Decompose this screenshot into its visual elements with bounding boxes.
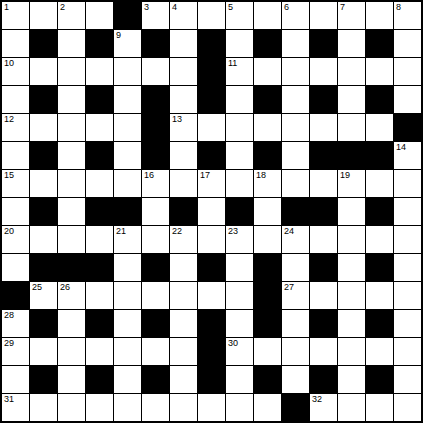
- white-cell[interactable]: [114, 366, 141, 393]
- black-cell: [58, 254, 85, 281]
- white-cell[interactable]: [394, 310, 421, 337]
- white-cell[interactable]: 5: [226, 2, 253, 29]
- white-cell[interactable]: [338, 366, 365, 393]
- black-cell: [86, 310, 113, 337]
- white-cell[interactable]: [170, 30, 197, 57]
- white-cell[interactable]: [394, 30, 421, 57]
- white-cell[interactable]: 7: [338, 2, 365, 29]
- white-cell[interactable]: [142, 198, 169, 225]
- clue-number: 14: [396, 142, 406, 153]
- white-cell[interactable]: [30, 58, 57, 85]
- white-cell[interactable]: [58, 142, 85, 169]
- white-cell[interactable]: [58, 338, 85, 365]
- white-cell[interactable]: [394, 58, 421, 85]
- white-cell[interactable]: 26: [58, 282, 85, 309]
- clue-number: 9: [116, 30, 121, 41]
- white-cell[interactable]: [2, 30, 29, 57]
- black-cell: [254, 142, 281, 169]
- white-cell[interactable]: [114, 254, 141, 281]
- white-cell[interactable]: [198, 198, 225, 225]
- black-cell: [86, 142, 113, 169]
- black-cell: [114, 198, 141, 225]
- white-cell[interactable]: [310, 170, 337, 197]
- black-cell: [142, 142, 169, 169]
- black-cell: [198, 310, 225, 337]
- white-cell[interactable]: [226, 142, 253, 169]
- white-cell[interactable]: 9: [114, 30, 141, 57]
- clue-number: 15: [4, 170, 14, 181]
- white-cell[interactable]: [338, 86, 365, 113]
- white-cell[interactable]: 20: [2, 226, 29, 253]
- white-cell[interactable]: [310, 2, 337, 29]
- white-cell[interactable]: [86, 114, 113, 141]
- black-cell: [310, 198, 337, 225]
- clue-number: 6: [284, 2, 289, 13]
- clue-number: 12: [4, 114, 14, 125]
- white-cell[interactable]: [366, 58, 393, 85]
- white-cell[interactable]: 32: [310, 394, 337, 421]
- white-cell[interactable]: [86, 2, 113, 29]
- black-cell: [114, 2, 141, 29]
- white-cell[interactable]: [170, 310, 197, 337]
- white-cell[interactable]: [394, 282, 421, 309]
- black-cell: [310, 30, 337, 57]
- clue-number: 4: [172, 2, 177, 13]
- white-cell[interactable]: [114, 86, 141, 113]
- clue-number: 13: [172, 114, 182, 125]
- black-cell: [310, 142, 337, 169]
- crossword-grid: 1234567891011121314151617181920212223242…: [0, 0, 423, 423]
- white-cell[interactable]: [58, 114, 85, 141]
- white-cell[interactable]: [310, 282, 337, 309]
- black-cell: [142, 254, 169, 281]
- clue-number: 26: [60, 282, 70, 293]
- white-cell[interactable]: [2, 142, 29, 169]
- black-cell: [366, 86, 393, 113]
- white-cell[interactable]: [58, 394, 85, 421]
- clue-number: 29: [4, 338, 14, 349]
- clue-number: 21: [116, 226, 126, 237]
- black-cell: [366, 366, 393, 393]
- white-cell[interactable]: [310, 58, 337, 85]
- black-cell: [198, 254, 225, 281]
- white-cell[interactable]: [170, 86, 197, 113]
- white-cell[interactable]: [58, 366, 85, 393]
- clue-number: 27: [284, 282, 294, 293]
- white-cell[interactable]: 6: [282, 2, 309, 29]
- white-cell[interactable]: [282, 114, 309, 141]
- clue-number: 22: [172, 226, 182, 237]
- white-cell[interactable]: [338, 114, 365, 141]
- clue-number: 28: [4, 310, 14, 321]
- white-cell[interactable]: [282, 86, 309, 113]
- white-cell[interactable]: [338, 198, 365, 225]
- black-cell: [310, 254, 337, 281]
- black-cell: [86, 86, 113, 113]
- white-cell[interactable]: 16: [142, 170, 169, 197]
- clue-number: 23: [228, 226, 238, 237]
- black-cell: [366, 30, 393, 57]
- white-cell[interactable]: [366, 2, 393, 29]
- white-cell[interactable]: 1: [2, 2, 29, 29]
- black-cell: [226, 198, 253, 225]
- white-cell[interactable]: [254, 58, 281, 85]
- black-cell: [198, 366, 225, 393]
- black-cell: [2, 282, 29, 309]
- white-cell[interactable]: [282, 338, 309, 365]
- clue-number: 20: [4, 226, 14, 237]
- white-cell[interactable]: [282, 142, 309, 169]
- white-cell[interactable]: [58, 86, 85, 113]
- black-cell: [30, 142, 57, 169]
- white-cell[interactable]: [58, 30, 85, 57]
- white-cell[interactable]: 8: [394, 2, 421, 29]
- white-cell[interactable]: [282, 254, 309, 281]
- white-cell[interactable]: [366, 338, 393, 365]
- white-cell[interactable]: [226, 366, 253, 393]
- white-cell[interactable]: [86, 58, 113, 85]
- white-cell[interactable]: [142, 282, 169, 309]
- white-cell[interactable]: [114, 142, 141, 169]
- white-cell[interactable]: [2, 198, 29, 225]
- white-cell[interactable]: [338, 58, 365, 85]
- white-cell[interactable]: [30, 394, 57, 421]
- white-cell[interactable]: [142, 58, 169, 85]
- white-cell[interactable]: [338, 226, 365, 253]
- black-cell: [254, 254, 281, 281]
- white-cell[interactable]: [366, 226, 393, 253]
- white-cell[interactable]: 12: [2, 114, 29, 141]
- black-cell: [310, 86, 337, 113]
- white-cell[interactable]: [282, 58, 309, 85]
- white-cell[interactable]: [170, 338, 197, 365]
- clue-number: 16: [144, 170, 154, 181]
- white-cell[interactable]: [114, 310, 141, 337]
- white-cell[interactable]: 28: [2, 310, 29, 337]
- white-cell[interactable]: [226, 282, 253, 309]
- white-cell[interactable]: [58, 310, 85, 337]
- white-cell[interactable]: 21: [114, 226, 141, 253]
- black-cell: [310, 310, 337, 337]
- white-cell[interactable]: 2: [58, 2, 85, 29]
- black-cell: [394, 114, 421, 141]
- white-cell[interactable]: [170, 142, 197, 169]
- white-cell[interactable]: [114, 282, 141, 309]
- black-cell: [198, 338, 225, 365]
- black-cell: [142, 86, 169, 113]
- clue-number: 7: [340, 2, 345, 13]
- white-cell[interactable]: [30, 226, 57, 253]
- white-cell[interactable]: [338, 254, 365, 281]
- white-cell[interactable]: [310, 226, 337, 253]
- white-cell[interactable]: [114, 170, 141, 197]
- clue-number: 3: [144, 2, 149, 13]
- clue-number: 10: [4, 58, 14, 69]
- black-cell: [366, 198, 393, 225]
- clue-number: 24: [284, 226, 294, 237]
- white-cell[interactable]: [254, 394, 281, 421]
- white-cell[interactable]: [366, 282, 393, 309]
- white-cell[interactable]: [254, 114, 281, 141]
- white-cell[interactable]: [366, 170, 393, 197]
- black-cell: [30, 86, 57, 113]
- clue-number: 11: [228, 58, 237, 69]
- black-cell: [30, 366, 57, 393]
- black-cell: [142, 310, 169, 337]
- white-cell[interactable]: [226, 170, 253, 197]
- black-cell: [254, 366, 281, 393]
- white-cell[interactable]: 11: [226, 58, 253, 85]
- black-cell: [86, 30, 113, 57]
- white-cell[interactable]: [282, 310, 309, 337]
- white-cell[interactable]: [30, 2, 57, 29]
- black-cell: [170, 198, 197, 225]
- white-cell[interactable]: [226, 254, 253, 281]
- white-cell[interactable]: 19: [338, 170, 365, 197]
- black-cell: [142, 114, 169, 141]
- black-cell: [142, 366, 169, 393]
- white-cell[interactable]: [282, 366, 309, 393]
- white-cell[interactable]: [226, 114, 253, 141]
- clue-number: 18: [256, 170, 266, 181]
- white-cell[interactable]: [198, 226, 225, 253]
- white-cell[interactable]: [86, 394, 113, 421]
- black-cell: [282, 394, 309, 421]
- white-cell[interactable]: [2, 86, 29, 113]
- white-cell[interactable]: 15: [2, 170, 29, 197]
- white-cell[interactable]: [86, 282, 113, 309]
- white-cell[interactable]: [338, 30, 365, 57]
- white-cell[interactable]: 30: [226, 338, 253, 365]
- white-cell[interactable]: [198, 282, 225, 309]
- clue-number: 8: [396, 2, 401, 13]
- black-cell: [142, 30, 169, 57]
- white-cell[interactable]: [30, 338, 57, 365]
- black-cell: [198, 58, 225, 85]
- white-cell[interactable]: [170, 394, 197, 421]
- black-cell: [254, 30, 281, 57]
- white-cell[interactable]: 23: [226, 226, 253, 253]
- white-cell[interactable]: [338, 394, 365, 421]
- black-cell: [254, 86, 281, 113]
- white-cell[interactable]: [366, 394, 393, 421]
- white-cell[interactable]: [394, 86, 421, 113]
- white-cell[interactable]: [58, 226, 85, 253]
- black-cell: [30, 310, 57, 337]
- white-cell[interactable]: 31: [2, 394, 29, 421]
- white-cell[interactable]: 14: [394, 142, 421, 169]
- white-cell[interactable]: [338, 338, 365, 365]
- white-cell[interactable]: [282, 170, 309, 197]
- white-cell[interactable]: [58, 198, 85, 225]
- clue-number: 25: [32, 282, 42, 293]
- white-cell[interactable]: [310, 114, 337, 141]
- white-cell[interactable]: 13: [170, 114, 197, 141]
- white-cell[interactable]: 27: [282, 282, 309, 309]
- black-cell: [30, 30, 57, 57]
- white-cell[interactable]: [198, 2, 225, 29]
- white-cell[interactable]: [86, 338, 113, 365]
- white-cell[interactable]: [2, 366, 29, 393]
- white-cell[interactable]: [30, 170, 57, 197]
- white-cell[interactable]: [58, 58, 85, 85]
- white-cell[interactable]: [114, 58, 141, 85]
- white-cell[interactable]: [142, 394, 169, 421]
- clue-number: 31: [4, 394, 14, 405]
- white-cell[interactable]: [86, 226, 113, 253]
- white-cell[interactable]: [226, 310, 253, 337]
- white-cell[interactable]: [142, 338, 169, 365]
- clue-number: 5: [228, 2, 233, 13]
- clue-number: 32: [312, 394, 322, 405]
- white-cell[interactable]: [170, 58, 197, 85]
- white-cell[interactable]: [170, 170, 197, 197]
- white-cell[interactable]: [338, 310, 365, 337]
- black-cell: [254, 310, 281, 337]
- white-cell[interactable]: [2, 254, 29, 281]
- white-cell[interactable]: [394, 366, 421, 393]
- black-cell: [366, 254, 393, 281]
- black-cell: [366, 310, 393, 337]
- white-cell[interactable]: [366, 114, 393, 141]
- white-cell[interactable]: [394, 170, 421, 197]
- white-cell[interactable]: [114, 338, 141, 365]
- white-cell[interactable]: 4: [170, 2, 197, 29]
- white-cell[interactable]: [170, 366, 197, 393]
- white-cell[interactable]: [338, 282, 365, 309]
- black-cell: [86, 254, 113, 281]
- clue-number: 19: [340, 170, 350, 181]
- white-cell[interactable]: 25: [30, 282, 57, 309]
- white-cell[interactable]: [30, 114, 57, 141]
- black-cell: [198, 142, 225, 169]
- black-cell: [254, 282, 281, 309]
- white-cell[interactable]: [58, 170, 85, 197]
- black-cell: [198, 86, 225, 113]
- white-cell[interactable]: [226, 394, 253, 421]
- white-cell[interactable]: [170, 282, 197, 309]
- black-cell: [30, 198, 57, 225]
- white-cell[interactable]: 17: [198, 170, 225, 197]
- clue-number: 30: [228, 338, 238, 349]
- white-cell[interactable]: [394, 226, 421, 253]
- white-cell[interactable]: [394, 254, 421, 281]
- white-cell[interactable]: 24: [282, 226, 309, 253]
- white-cell[interactable]: [86, 170, 113, 197]
- white-cell[interactable]: 29: [2, 338, 29, 365]
- white-cell[interactable]: [394, 198, 421, 225]
- white-cell[interactable]: [142, 226, 169, 253]
- white-cell[interactable]: [226, 30, 253, 57]
- white-cell[interactable]: 10: [2, 58, 29, 85]
- white-cell[interactable]: [254, 226, 281, 253]
- black-cell: [366, 142, 393, 169]
- black-cell: [338, 142, 365, 169]
- black-cell: [282, 198, 309, 225]
- white-cell[interactable]: [170, 254, 197, 281]
- white-cell[interactable]: [394, 394, 421, 421]
- white-cell[interactable]: [198, 394, 225, 421]
- white-cell[interactable]: 18: [254, 170, 281, 197]
- white-cell[interactable]: [310, 338, 337, 365]
- white-cell[interactable]: 22: [170, 226, 197, 253]
- white-cell[interactable]: [394, 338, 421, 365]
- white-cell[interactable]: [114, 114, 141, 141]
- white-cell[interactable]: [254, 338, 281, 365]
- white-cell[interactable]: [282, 30, 309, 57]
- white-cell[interactable]: 3: [142, 2, 169, 29]
- black-cell: [30, 254, 57, 281]
- clue-number: 1: [4, 2, 9, 13]
- white-cell[interactable]: [226, 86, 253, 113]
- black-cell: [86, 198, 113, 225]
- black-cell: [198, 30, 225, 57]
- clue-number: 2: [60, 2, 65, 13]
- black-cell: [310, 366, 337, 393]
- white-cell[interactable]: [254, 198, 281, 225]
- clue-number: 17: [200, 170, 210, 181]
- white-cell[interactable]: [254, 2, 281, 29]
- white-cell[interactable]: [198, 114, 225, 141]
- black-cell: [86, 366, 113, 393]
- white-cell[interactable]: [114, 394, 141, 421]
